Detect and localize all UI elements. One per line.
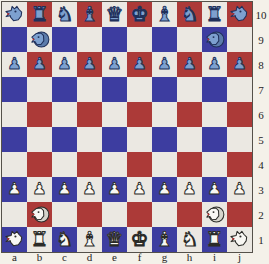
black-king: ♚ <box>131 4 149 24</box>
square-c3[interactable]: ♟ <box>52 177 77 202</box>
white-rook: ♜ <box>206 229 224 249</box>
square-d5[interactable] <box>77 127 102 152</box>
square-f7[interactable] <box>127 77 152 102</box>
white-wolf <box>229 229 250 250</box>
white-rook: ♜ <box>31 229 49 249</box>
square-e4[interactable] <box>102 152 127 177</box>
square-c9[interactable] <box>52 27 77 52</box>
file-label-h: h <box>177 252 202 264</box>
square-c4[interactable] <box>52 152 77 177</box>
file-label-j: j <box>227 252 252 264</box>
game-window: ♜♞♝♛♚♝♞♜♟♟♟♟♟♟♟♟♟♟♟♟♟♟♟♟♟♟♟♟♜♞♝♛♚♝♞♜ 109… <box>0 0 269 264</box>
square-a4[interactable] <box>2 152 27 177</box>
square-a7[interactable] <box>2 77 27 102</box>
black-pawn: ♟ <box>157 56 171 72</box>
square-b8[interactable]: ♟ <box>27 52 52 77</box>
rank-label-5: 5 <box>253 127 269 152</box>
square-f2[interactable] <box>127 202 152 227</box>
square-e5[interactable] <box>102 127 127 152</box>
file-label-f: f <box>127 252 152 264</box>
square-i6[interactable] <box>202 102 227 127</box>
square-h2[interactable] <box>177 202 202 227</box>
square-a3[interactable]: ♟ <box>2 177 27 202</box>
black-knight: ♞ <box>56 4 74 24</box>
black-pawn: ♟ <box>207 56 221 72</box>
white-pawn: ♟ <box>207 181 221 197</box>
black-queen: ♛ <box>106 4 124 24</box>
square-f5[interactable] <box>127 127 152 152</box>
square-e7[interactable] <box>102 77 127 102</box>
square-d7[interactable] <box>77 77 102 102</box>
square-f8[interactable]: ♟ <box>127 52 152 77</box>
square-b9[interactable] <box>27 27 52 52</box>
lion-icon <box>204 29 225 50</box>
square-d10[interactable]: ♝ <box>77 2 102 27</box>
square-g8[interactable]: ♟ <box>152 52 177 77</box>
square-d3[interactable]: ♟ <box>77 177 102 202</box>
white-king: ♚ <box>131 229 149 249</box>
square-b7[interactable] <box>27 77 52 102</box>
board-grid: ♜♞♝♛♚♝♞♜♟♟♟♟♟♟♟♟♟♟♟♟♟♟♟♟♟♟♟♟♜♞♝♛♚♝♞♜ <box>2 2 252 252</box>
square-b5[interactable] <box>27 127 52 152</box>
white-pawn: ♟ <box>157 181 171 197</box>
wolf-icon <box>229 229 250 250</box>
rank-label-7: 7 <box>253 77 269 102</box>
square-g9[interactable] <box>152 27 177 52</box>
rank-labels-column: 10987654321 <box>253 2 269 252</box>
rank-label-9: 9 <box>253 27 269 52</box>
white-pawn: ♟ <box>57 181 71 197</box>
square-j6[interactable] <box>227 102 252 127</box>
square-b1[interactable]: ♜ <box>27 227 52 252</box>
black-lion <box>29 29 50 50</box>
square-f4[interactable] <box>127 152 152 177</box>
file-label-g: g <box>152 252 177 264</box>
square-c6[interactable] <box>52 102 77 127</box>
white-pawn: ♟ <box>182 181 196 197</box>
white-pawn: ♟ <box>132 181 146 197</box>
square-d8[interactable]: ♟ <box>77 52 102 77</box>
square-b2[interactable] <box>27 202 52 227</box>
square-e10[interactable]: ♛ <box>102 2 127 27</box>
square-c5[interactable] <box>52 127 77 152</box>
rank-label-6: 6 <box>253 102 269 127</box>
file-label-e: e <box>102 252 127 264</box>
square-j2[interactable] <box>227 202 252 227</box>
file-label-i: i <box>202 252 227 264</box>
square-a8[interactable]: ♟ <box>2 52 27 77</box>
rank-label-4: 4 <box>253 152 269 177</box>
square-i1[interactable]: ♜ <box>202 227 227 252</box>
white-bishop: ♝ <box>81 229 99 249</box>
square-c2[interactable] <box>52 202 77 227</box>
square-h5[interactable] <box>177 127 202 152</box>
square-f6[interactable] <box>127 102 152 127</box>
square-j4[interactable] <box>227 152 252 177</box>
rank-label-2: 2 <box>253 202 269 227</box>
square-e6[interactable] <box>102 102 127 127</box>
white-bishop: ♝ <box>156 229 174 249</box>
square-e1[interactable]: ♛ <box>102 227 127 252</box>
square-g1[interactable]: ♝ <box>152 227 177 252</box>
square-a9[interactable] <box>2 27 27 52</box>
black-knight: ♞ <box>181 4 199 24</box>
rank-label-3: 3 <box>253 177 269 202</box>
rank-label-8: 8 <box>253 52 269 77</box>
square-h10[interactable]: ♞ <box>177 2 202 27</box>
square-h6[interactable] <box>177 102 202 127</box>
black-rook: ♜ <box>31 4 49 24</box>
rank-label-1: 1 <box>253 227 269 252</box>
white-knight: ♞ <box>56 229 74 249</box>
square-b6[interactable] <box>27 102 52 127</box>
lion-icon <box>29 204 50 225</box>
square-e3[interactable]: ♟ <box>102 177 127 202</box>
square-g6[interactable] <box>152 102 177 127</box>
white-lion <box>29 204 50 225</box>
square-i4[interactable] <box>202 152 227 177</box>
square-j3[interactable]: ♟ <box>227 177 252 202</box>
black-wolf <box>229 4 250 25</box>
black-pawn: ♟ <box>107 56 121 72</box>
white-pawn: ♟ <box>7 181 21 197</box>
file-label-c: c <box>52 252 77 264</box>
square-h1[interactable]: ♞ <box>177 227 202 252</box>
square-c1[interactable]: ♞ <box>52 227 77 252</box>
black-pawn: ♟ <box>232 56 246 72</box>
file-label-b: b <box>27 252 52 264</box>
square-g10[interactable]: ♝ <box>152 2 177 27</box>
square-f9[interactable] <box>127 27 152 52</box>
square-a6[interactable] <box>2 102 27 127</box>
square-i9[interactable] <box>202 27 227 52</box>
square-g2[interactable] <box>152 202 177 227</box>
white-lion <box>204 204 225 225</box>
square-d2[interactable] <box>77 202 102 227</box>
square-j1[interactable] <box>227 227 252 252</box>
square-i10[interactable]: ♜ <box>202 2 227 27</box>
square-f3[interactable]: ♟ <box>127 177 152 202</box>
square-i7[interactable] <box>202 77 227 102</box>
square-f1[interactable]: ♚ <box>127 227 152 252</box>
square-a10[interactable] <box>2 2 27 27</box>
square-b10[interactable]: ♜ <box>27 2 52 27</box>
black-rook: ♜ <box>206 4 224 24</box>
square-a5[interactable] <box>2 127 27 152</box>
black-pawn: ♟ <box>182 56 196 72</box>
square-g5[interactable] <box>152 127 177 152</box>
square-h7[interactable] <box>177 77 202 102</box>
square-d6[interactable] <box>77 102 102 127</box>
black-pawn: ♟ <box>7 56 21 72</box>
square-d4[interactable] <box>77 152 102 177</box>
square-f10[interactable]: ♚ <box>127 2 152 27</box>
white-knight: ♞ <box>181 229 199 249</box>
square-h4[interactable] <box>177 152 202 177</box>
square-h9[interactable] <box>177 27 202 52</box>
black-pawn: ♟ <box>32 56 46 72</box>
square-a1[interactable] <box>2 227 27 252</box>
square-b3[interactable]: ♟ <box>27 177 52 202</box>
white-pawn: ♟ <box>32 181 46 197</box>
black-wolf <box>4 4 25 25</box>
black-pawn: ♟ <box>132 56 146 72</box>
wolf-icon <box>229 4 250 25</box>
black-bishop: ♝ <box>156 4 174 24</box>
black-bishop: ♝ <box>81 4 99 24</box>
square-e2[interactable] <box>102 202 127 227</box>
square-a2[interactable] <box>2 202 27 227</box>
wolf-icon <box>4 229 25 250</box>
square-b4[interactable] <box>27 152 52 177</box>
white-pawn: ♟ <box>232 181 246 197</box>
white-queen: ♛ <box>106 229 124 249</box>
square-i8[interactable]: ♟ <box>202 52 227 77</box>
white-pawn: ♟ <box>82 181 96 197</box>
square-e9[interactable] <box>102 27 127 52</box>
rank-label-10: 10 <box>253 2 269 27</box>
black-pawn: ♟ <box>82 56 96 72</box>
square-j8[interactable]: ♟ <box>227 52 252 77</box>
square-c10[interactable]: ♞ <box>52 2 77 27</box>
square-i2[interactable] <box>202 202 227 227</box>
square-d1[interactable]: ♝ <box>77 227 102 252</box>
square-d9[interactable] <box>77 27 102 52</box>
square-j10[interactable] <box>227 2 252 27</box>
white-pawn: ♟ <box>107 181 121 197</box>
file-label-a: a <box>2 252 27 264</box>
square-h8[interactable]: ♟ <box>177 52 202 77</box>
square-h3[interactable]: ♟ <box>177 177 202 202</box>
black-pawn: ♟ <box>57 56 71 72</box>
square-e8[interactable]: ♟ <box>102 52 127 77</box>
square-j5[interactable] <box>227 127 252 152</box>
lion-icon <box>29 29 50 50</box>
square-g3[interactable]: ♟ <box>152 177 177 202</box>
square-j9[interactable] <box>227 27 252 52</box>
square-c7[interactable] <box>52 77 77 102</box>
square-i5[interactable] <box>202 127 227 152</box>
square-c8[interactable]: ♟ <box>52 52 77 77</box>
black-lion <box>204 29 225 50</box>
white-wolf <box>4 229 25 250</box>
lion-icon <box>204 204 225 225</box>
square-g4[interactable] <box>152 152 177 177</box>
file-labels-row: abcdefghij <box>2 252 252 264</box>
wolf-icon <box>4 4 25 25</box>
file-label-d: d <box>77 252 102 264</box>
square-g7[interactable] <box>152 77 177 102</box>
square-j7[interactable] <box>227 77 252 102</box>
square-i3[interactable]: ♟ <box>202 177 227 202</box>
